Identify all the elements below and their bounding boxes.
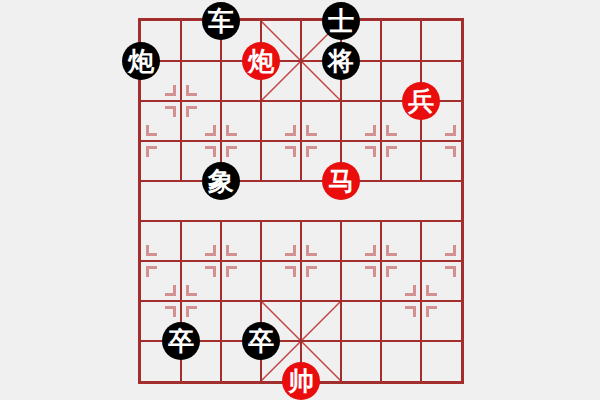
point-marker xyxy=(146,125,157,136)
piece-black-chariot[interactable]: 车 xyxy=(202,2,240,40)
point-marker xyxy=(386,266,397,277)
grid-line-vertical xyxy=(420,220,422,381)
point-marker xyxy=(146,146,157,157)
point-marker xyxy=(386,146,397,157)
point-marker xyxy=(165,285,176,296)
point-marker xyxy=(306,245,317,256)
point-marker xyxy=(445,146,456,157)
page-background: { "game": "xiangqi", "position": { "fen"… xyxy=(0,0,600,400)
piece-black-soldier[interactable]: 卒 xyxy=(162,322,200,360)
grid-line-vertical xyxy=(180,21,182,182)
point-marker xyxy=(445,266,456,277)
piece-black-general[interactable]: 将 xyxy=(322,42,360,80)
point-marker xyxy=(186,106,197,117)
point-marker xyxy=(365,146,376,157)
point-marker xyxy=(306,125,317,136)
piece-black-cannon[interactable]: 炮 xyxy=(122,42,160,80)
point-marker xyxy=(186,306,197,317)
grid-line-vertical xyxy=(380,220,382,381)
point-marker xyxy=(205,146,216,157)
grid-line-vertical xyxy=(220,220,222,381)
point-marker xyxy=(365,266,376,277)
piece-red-soldier[interactable]: 兵 xyxy=(402,82,440,120)
point-marker xyxy=(186,85,197,96)
point-marker xyxy=(386,125,397,136)
piece-red-horse[interactable]: 马 xyxy=(322,162,360,200)
point-marker xyxy=(285,146,296,157)
point-marker xyxy=(165,306,176,317)
point-marker xyxy=(445,245,456,256)
point-marker xyxy=(186,285,197,296)
point-marker xyxy=(226,245,237,256)
point-marker xyxy=(445,125,456,136)
piece-black-advisor[interactable]: 士 xyxy=(322,2,360,40)
point-marker xyxy=(226,146,237,157)
piece-black-soldier[interactable]: 卒 xyxy=(242,322,280,360)
point-marker xyxy=(205,266,216,277)
point-marker xyxy=(426,306,437,317)
point-marker xyxy=(285,125,296,136)
point-marker xyxy=(306,266,317,277)
xiangqi-board[interactable]: 车士炮将象卒卒炮兵马帅 xyxy=(138,18,464,384)
point-marker xyxy=(285,266,296,277)
piece-red-cannon[interactable]: 炮 xyxy=(242,42,280,80)
piece-red-general[interactable]: 帅 xyxy=(282,362,320,400)
point-marker xyxy=(285,245,296,256)
grid-line-vertical xyxy=(300,220,302,381)
point-marker xyxy=(405,306,416,317)
grid-line-vertical xyxy=(380,21,382,182)
point-marker xyxy=(306,146,317,157)
point-marker xyxy=(426,285,437,296)
point-marker xyxy=(365,125,376,136)
point-marker xyxy=(365,245,376,256)
grid-line-vertical xyxy=(300,21,302,182)
point-marker xyxy=(205,245,216,256)
point-marker xyxy=(226,266,237,277)
point-marker xyxy=(146,266,157,277)
piece-black-elephant[interactable]: 象 xyxy=(202,162,240,200)
grid-line-vertical xyxy=(340,220,342,381)
point-marker xyxy=(165,85,176,96)
grid-line-vertical xyxy=(220,21,222,182)
point-marker xyxy=(165,106,176,117)
point-marker xyxy=(405,285,416,296)
point-marker xyxy=(146,245,157,256)
point-marker xyxy=(205,125,216,136)
point-marker xyxy=(386,245,397,256)
point-marker xyxy=(226,125,237,136)
